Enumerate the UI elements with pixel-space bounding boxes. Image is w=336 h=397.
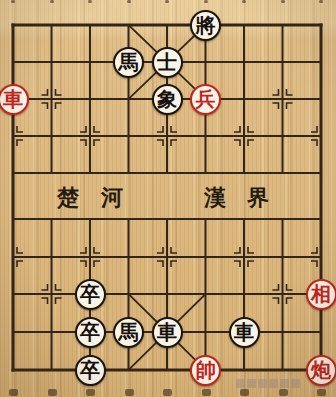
- xiangqi-board[interactable]: 楚 河 漢 界 將馬士車象兵卒相卒馬車車卒帥炮: [0, 0, 336, 397]
- piece-black-horse-1[interactable]: 馬: [113, 47, 144, 78]
- piece-black-general[interactable]: 將: [190, 10, 221, 41]
- piece-black-soldier-1[interactable]: 卒: [75, 279, 106, 310]
- piece-black-soldier-3[interactable]: 卒: [75, 355, 106, 386]
- top-edge-file-mark: [242, 0, 246, 3]
- river-label-he: 河: [101, 183, 123, 213]
- piece-black-soldier-2[interactable]: 卒: [75, 317, 106, 348]
- bottom-edge-file-mark: [279, 389, 288, 396]
- piece-black-horse-2[interactable]: 馬: [113, 317, 144, 348]
- bottom-edge-file-mark: [317, 389, 326, 396]
- piece-red-cannon[interactable]: 炮: [306, 355, 336, 386]
- river-label-han: 漢: [204, 183, 226, 213]
- top-edge-file-mark: [319, 0, 323, 3]
- piece-red-soldier[interactable]: 兵: [190, 84, 221, 115]
- top-edge-file-mark: [281, 0, 285, 3]
- top-edge-file-mark: [88, 0, 92, 3]
- bottom-edge-file-mark: [86, 389, 95, 396]
- top-edge-file-mark: [127, 0, 131, 3]
- bottom-edge-file-mark: [125, 389, 134, 396]
- river-label-chu: 楚: [57, 183, 79, 213]
- piece-glyph: 象: [157, 89, 177, 109]
- piece-glyph: 卒: [80, 360, 100, 380]
- river-label-jie: 界: [247, 183, 269, 213]
- piece-red-chariot[interactable]: 車: [0, 84, 29, 115]
- piece-glyph: 士: [157, 52, 177, 72]
- piece-glyph: 相: [311, 284, 331, 304]
- piece-black-elephant[interactable]: 象: [152, 84, 183, 115]
- piece-red-general[interactable]: 帥: [190, 355, 221, 386]
- watermark-illegible: [236, 377, 310, 390]
- piece-red-elephant[interactable]: 相: [306, 279, 336, 310]
- piece-glyph: 兵: [196, 89, 216, 109]
- bottom-edge-file-mark: [163, 389, 172, 396]
- piece-black-advisor[interactable]: 士: [152, 47, 183, 78]
- piece-glyph: 車: [234, 322, 254, 342]
- piece-glyph: 車: [157, 322, 177, 342]
- piece-black-chariot-1[interactable]: 車: [152, 317, 183, 348]
- piece-glyph: 馬: [119, 52, 139, 72]
- top-edge-file-mark: [11, 0, 15, 3]
- piece-glyph: 卒: [80, 284, 100, 304]
- piece-glyph: 帥: [196, 360, 216, 380]
- top-edge-file-mark: [50, 0, 54, 3]
- bottom-edge-file-mark: [48, 389, 57, 396]
- piece-glyph: 將: [196, 15, 216, 35]
- piece-glyph: 卒: [80, 322, 100, 342]
- bottom-edge-file-mark: [9, 389, 18, 396]
- piece-glyph: 車: [3, 89, 23, 109]
- top-edge-file-mark: [204, 0, 208, 3]
- top-edge-file-mark: [165, 0, 169, 3]
- piece-black-chariot-2[interactable]: 車: [229, 317, 260, 348]
- piece-glyph: 炮: [311, 360, 331, 380]
- bottom-edge-file-mark: [240, 389, 249, 396]
- bottom-edge-file-mark: [202, 389, 211, 396]
- piece-glyph: 馬: [119, 322, 139, 342]
